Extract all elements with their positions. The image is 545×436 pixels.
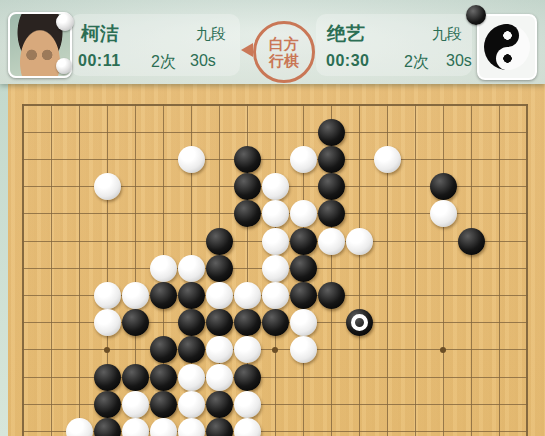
white-stone — [122, 418, 149, 436]
black-stone — [234, 146, 261, 173]
black-stone — [150, 391, 177, 418]
white-stone — [290, 309, 317, 336]
go-app-screen: 柯洁 九段 00:11 2次 30s 白方 行棋 绝艺 九段 00:30 2次 … — [0, 0, 545, 436]
black-stone — [290, 228, 317, 255]
white-stone — [346, 228, 373, 255]
turn-seal-line2: 行棋 — [269, 52, 299, 69]
black-stone — [178, 282, 205, 309]
grid-line-vertical — [415, 104, 416, 436]
header-bar: 柯洁 九段 00:11 2次 30s 白方 行棋 绝艺 九段 00:30 2次 … — [0, 0, 545, 84]
black-stone — [150, 336, 177, 363]
white-stone — [290, 200, 317, 227]
star-point — [272, 347, 278, 353]
right-player-name: 绝艺 — [327, 21, 365, 47]
black-stone — [290, 255, 317, 282]
right-player-byoyomi-periods: 2次 — [404, 52, 429, 73]
black-stone — [290, 282, 317, 309]
grid-line-vertical — [499, 104, 500, 436]
grid-line-vertical — [22, 104, 24, 436]
star-point — [104, 347, 110, 353]
black-stone — [206, 255, 233, 282]
black-stone — [178, 309, 205, 336]
right-player-avatar[interactable] — [477, 14, 537, 80]
black-stone — [346, 309, 373, 336]
black-stone — [318, 282, 345, 309]
black-stone — [150, 364, 177, 391]
white-stone — [234, 336, 261, 363]
white-stone — [234, 282, 261, 309]
black-stone — [318, 200, 345, 227]
black-stone — [206, 418, 233, 436]
grid-line-horizontal — [22, 132, 528, 133]
white-stone — [206, 282, 233, 309]
black-stone — [234, 200, 261, 227]
black-stone — [458, 228, 485, 255]
right-player-byoyomi-seconds: 30s — [446, 52, 472, 70]
white-stone — [178, 255, 205, 282]
white-stone — [150, 418, 177, 436]
grid-line-vertical — [51, 104, 52, 436]
black-stone — [178, 336, 205, 363]
black-stone — [234, 173, 261, 200]
black-stone — [94, 364, 121, 391]
white-stone — [94, 309, 121, 336]
white-stone — [262, 228, 289, 255]
black-stone — [318, 173, 345, 200]
star-point — [440, 347, 446, 353]
go-board[interactable] — [8, 84, 545, 436]
black-stone — [122, 364, 149, 391]
black-stone — [206, 309, 233, 336]
last-move-marker — [351, 314, 368, 331]
right-player-clock: 00:30 — [326, 52, 369, 70]
white-stone — [178, 364, 205, 391]
white-stone — [290, 336, 317, 363]
white-stone — [374, 146, 401, 173]
yin-yang-icon — [484, 24, 530, 70]
black-stone — [94, 391, 121, 418]
grid-line-horizontal — [22, 104, 528, 106]
left-player-clock: 00:11 — [78, 52, 121, 70]
left-player-rank: 九段 — [196, 25, 226, 44]
black-stone — [318, 146, 345, 173]
white-stone — [178, 418, 205, 436]
white-stone — [122, 391, 149, 418]
grid-line-horizontal — [22, 159, 528, 160]
white-stone — [178, 146, 205, 173]
white-stone — [94, 282, 121, 309]
turn-seal-pointer-icon — [241, 43, 253, 57]
white-stone — [206, 336, 233, 363]
white-stone — [262, 255, 289, 282]
grid-line-vertical — [359, 104, 360, 436]
black-stone — [206, 228, 233, 255]
grid-line-vertical — [526, 104, 528, 436]
grid-line-vertical — [471, 104, 472, 436]
white-stone — [94, 173, 121, 200]
black-stone — [150, 282, 177, 309]
grid-line-vertical — [79, 104, 80, 436]
white-stone — [262, 173, 289, 200]
black-stone — [234, 364, 261, 391]
white-stone — [318, 228, 345, 255]
white-stone — [178, 391, 205, 418]
left-player-name: 柯洁 — [81, 21, 119, 47]
white-stone — [234, 418, 261, 436]
black-stone — [430, 173, 457, 200]
black-stone — [262, 309, 289, 336]
white-stone — [206, 364, 233, 391]
black-stone — [234, 309, 261, 336]
white-stone — [150, 255, 177, 282]
white-stone — [234, 391, 261, 418]
black-stone — [122, 309, 149, 336]
black-stone — [94, 418, 121, 436]
turn-seal-line1: 白方 — [269, 35, 299, 52]
white-stone — [66, 418, 93, 436]
white-stone — [262, 200, 289, 227]
left-player-byoyomi-seconds: 30s — [190, 52, 216, 70]
white-stone — [290, 146, 317, 173]
white-stone — [262, 282, 289, 309]
right-player-rank: 九段 — [432, 25, 462, 44]
white-stone — [122, 282, 149, 309]
black-stone — [206, 391, 233, 418]
white-stone — [430, 200, 457, 227]
left-player-byoyomi-periods: 2次 — [151, 52, 176, 73]
left-player-white-stone-badge-small — [56, 58, 72, 74]
grid-line-vertical — [443, 104, 444, 436]
right-player-black-stone-badge — [466, 5, 486, 25]
left-player-white-stone-badge — [56, 13, 74, 31]
black-stone — [318, 119, 345, 146]
turn-indicator-seal: 白方 行棋 — [253, 21, 315, 83]
